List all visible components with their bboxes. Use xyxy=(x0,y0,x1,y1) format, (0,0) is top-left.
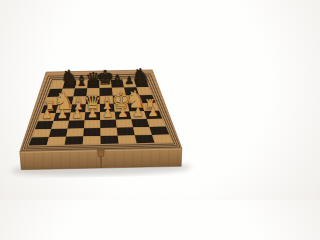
piece-white-pawn-g4: ♟ xyxy=(132,107,143,120)
piece-white-pawn-b4: ♟ xyxy=(56,108,67,121)
chess-set-photo: ♞♝♛♚♝♟♞♜♞♝♛♝♚♞♜♟♟♟♟♟♟♟♟ xyxy=(0,0,200,200)
piece-white-bishop-c5: ♝ xyxy=(71,96,86,112)
piece-black-knight-h8: ♞ xyxy=(131,66,151,88)
piece-white-pawn-c4: ♟ xyxy=(72,108,83,121)
piece-black-bishop-c8: ♝ xyxy=(75,74,88,89)
piece-black-pawn-g8: ♟ xyxy=(124,76,134,87)
piece-black-knight-b8: ♞ xyxy=(60,67,80,89)
piece-white-rook-h5: ♜ xyxy=(144,98,156,111)
piece-white-queen-d5: ♛ xyxy=(83,92,101,112)
piece-white-rook-a5: ♜ xyxy=(44,100,56,113)
piece-black-queen-d8: ♛ xyxy=(85,70,101,88)
piece-white-bishop-e5: ♝ xyxy=(100,96,115,112)
piece-white-pawn-h4: ♟ xyxy=(147,106,158,119)
piece-white-pawn-f4: ♟ xyxy=(117,107,128,120)
piece-white-pawn-e4: ♟ xyxy=(102,107,113,120)
piece-white-knight-b5: ♞ xyxy=(53,89,75,114)
pieces-layer: ♞♝♛♚♝♟♞♜♞♝♛♝♚♞♜♟♟♟♟♟♟♟♟ xyxy=(0,0,200,200)
piece-white-king-f5: ♚ xyxy=(111,90,131,112)
piece-white-pawn-d4: ♟ xyxy=(87,108,98,121)
piece-black-bishop-f8: ♝ xyxy=(111,73,124,88)
piece-white-knight-g5: ♞ xyxy=(125,88,147,113)
piece-white-pawn-a4: ♟ xyxy=(41,108,52,121)
piece-black-king-e8: ♚ xyxy=(96,68,114,88)
